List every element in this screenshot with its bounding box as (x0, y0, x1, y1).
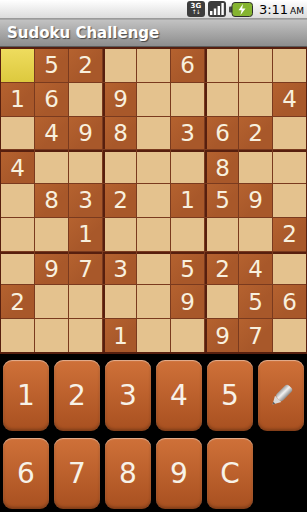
pencil-icon (264, 379, 298, 413)
pencil-button[interactable] (258, 360, 304, 431)
cell-r9c2[interactable] (35, 319, 68, 352)
cell-r7c1[interactable] (1, 252, 34, 285)
sudoku-board: 526169449836248832159129735242956197 (0, 47, 307, 354)
cell-r7c9[interactable] (273, 252, 306, 285)
cell-r9c1[interactable] (1, 319, 34, 352)
cell-r7c4[interactable]: 3 (103, 252, 136, 285)
cell-r1c7[interactable] (205, 49, 238, 82)
key-9[interactable]: 9 (156, 438, 202, 509)
cell-r3c2[interactable]: 4 (35, 117, 68, 150)
cell-r8c9[interactable]: 6 (273, 285, 306, 318)
cell-r3c3[interactable]: 9 (69, 117, 102, 150)
cell-r2c7[interactable] (205, 83, 238, 116)
cell-r8c3[interactable] (69, 285, 102, 318)
key-4[interactable]: 4 (156, 360, 202, 431)
cell-r1c1[interactable] (1, 49, 34, 82)
key-5[interactable]: 5 (207, 360, 253, 431)
cell-r6c8[interactable] (239, 218, 272, 251)
signal-strength-icon (208, 1, 226, 17)
cell-r7c6[interactable]: 5 (171, 252, 204, 285)
cell-r6c2[interactable] (35, 218, 68, 251)
cell-r4c8[interactable] (239, 150, 272, 183)
cell-r2c4[interactable]: 9 (103, 83, 136, 116)
cell-r1c2[interactable]: 5 (35, 49, 68, 82)
cell-r6c4[interactable] (103, 218, 136, 251)
cell-r4c7[interactable]: 8 (205, 150, 238, 183)
cell-r3c1[interactable] (1, 117, 34, 150)
key-c[interactable]: C (207, 438, 253, 509)
cell-r1c4[interactable] (103, 49, 136, 82)
cell-r5c2[interactable]: 8 (35, 184, 68, 217)
cell-r5c7[interactable]: 5 (205, 184, 238, 217)
cell-r2c9[interactable]: 4 (273, 83, 306, 116)
3g-data-icon: 3G ↑↓ (187, 1, 205, 17)
key-8[interactable]: 8 (105, 438, 151, 509)
cell-r6c5[interactable] (137, 218, 170, 251)
key-3[interactable]: 3 (105, 360, 151, 431)
status-icons: 3G ↑↓ 3:11 AM (187, 1, 304, 17)
cell-r1c8[interactable] (239, 49, 272, 82)
key-1[interactable]: 1 (3, 360, 49, 431)
cell-r8c2[interactable] (35, 285, 68, 318)
cell-r2c8[interactable] (239, 83, 272, 116)
cell-r5c9[interactable] (273, 184, 306, 217)
cell-r2c1[interactable]: 1 (1, 83, 34, 116)
cell-r6c3[interactable]: 1 (69, 218, 102, 251)
key-2[interactable]: 2 (54, 360, 100, 431)
cell-r8c7[interactable] (205, 285, 238, 318)
cell-r7c2[interactable]: 9 (35, 252, 68, 285)
battery-charging-icon (229, 2, 253, 17)
cell-r5c6[interactable]: 1 (171, 184, 204, 217)
time-value: 3:11 (259, 2, 288, 17)
key-7[interactable]: 7 (54, 438, 100, 509)
cell-r9c3[interactable] (69, 319, 102, 352)
cell-r8c4[interactable] (103, 285, 136, 318)
cell-r8c5[interactable] (137, 285, 170, 318)
time-meridiem: AM (290, 6, 304, 16)
cell-r7c7[interactable]: 2 (205, 252, 238, 285)
cell-r4c4[interactable] (103, 150, 136, 183)
cell-r2c5[interactable] (137, 83, 170, 116)
cell-r4c1[interactable]: 4 (1, 150, 34, 183)
cell-r1c6[interactable]: 6 (171, 49, 204, 82)
cell-r3c5[interactable] (137, 117, 170, 150)
number-keypad: 123456789C (0, 354, 307, 509)
cell-r3c7[interactable]: 6 (205, 117, 238, 150)
cell-r3c8[interactable]: 2 (239, 117, 272, 150)
cell-r2c2[interactable]: 6 (35, 83, 68, 116)
cell-r6c7[interactable] (205, 218, 238, 251)
title-bar: Sudoku Challenge (0, 19, 307, 47)
cell-r2c6[interactable] (171, 83, 204, 116)
cell-r7c8[interactable]: 4 (239, 252, 272, 285)
cell-r4c9[interactable] (273, 150, 306, 183)
cell-r9c4[interactable]: 1 (103, 319, 136, 352)
cell-r9c7[interactable]: 9 (205, 319, 238, 352)
cell-r5c5[interactable] (137, 184, 170, 217)
key-6[interactable]: 6 (3, 438, 49, 509)
cell-r1c5[interactable] (137, 49, 170, 82)
cell-r5c3[interactable]: 3 (69, 184, 102, 217)
cell-r9c6[interactable] (171, 319, 204, 352)
cell-r6c9[interactable]: 2 (273, 218, 306, 251)
status-bar: 3G ↑↓ 3:11 AM (0, 0, 307, 19)
cell-r8c1[interactable]: 2 (1, 285, 34, 318)
cell-r6c1[interactable] (1, 218, 34, 251)
cell-r8c8[interactable]: 5 (239, 285, 272, 318)
cell-r5c4[interactable]: 2 (103, 184, 136, 217)
cell-r1c3[interactable]: 2 (69, 49, 102, 82)
cell-r5c1[interactable] (1, 184, 34, 217)
cell-r3c6[interactable]: 3 (171, 117, 204, 150)
cell-r7c3[interactable]: 7 (69, 252, 102, 285)
app-title: Sudoku Challenge (7, 24, 159, 42)
cell-r9c5[interactable] (137, 319, 170, 352)
cell-r4c5[interactable] (137, 150, 170, 183)
cell-r3c9[interactable] (273, 117, 306, 150)
app-screen: 3G ↑↓ 3:11 AM (0, 0, 307, 512)
cell-r3c4[interactable]: 8 (103, 117, 136, 150)
clock-time: 3:11 AM (259, 2, 304, 17)
cell-r4c3[interactable] (69, 150, 102, 183)
cell-r6c6[interactable] (171, 218, 204, 251)
cell-r9c9[interactable] (273, 319, 306, 352)
cell-r4c6[interactable] (171, 150, 204, 183)
cell-r8c6[interactable]: 9 (171, 285, 204, 318)
cell-r4c2[interactable] (35, 150, 68, 183)
cell-r7c5[interactable] (137, 252, 170, 285)
cell-r9c8[interactable]: 7 (239, 319, 272, 352)
cell-r1c9[interactable] (273, 49, 306, 82)
cell-r2c3[interactable] (69, 83, 102, 116)
cell-r5c8[interactable]: 9 (239, 184, 272, 217)
